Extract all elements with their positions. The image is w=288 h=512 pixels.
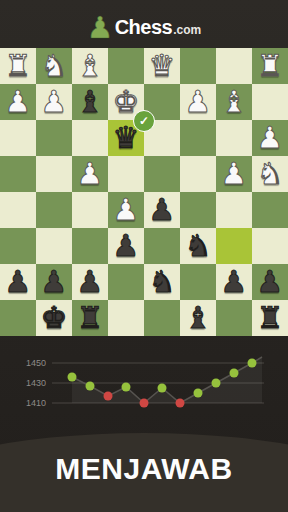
white-pawn-c2: ♟: [185, 84, 212, 120]
square-b8[interactable]: [216, 300, 252, 336]
logo-tld-text: .com: [173, 23, 201, 37]
rating-point-loss: [140, 399, 149, 408]
y-tick-1450: 1450: [26, 358, 46, 368]
square-g1[interactable]: ♞: [36, 48, 72, 84]
square-g3[interactable]: [36, 120, 72, 156]
rating-point-win: [212, 379, 221, 388]
y-tick-1430: 1430: [26, 378, 46, 388]
square-a1[interactable]: ♜: [252, 48, 288, 84]
square-g6[interactable]: [36, 228, 72, 264]
square-h6[interactable]: [0, 228, 36, 264]
black-king-g8: ♚: [41, 300, 68, 336]
square-f4[interactable]: ♟: [72, 156, 108, 192]
black-pawn-a7: ♟: [257, 264, 284, 300]
white-pawn-g2: ♟: [41, 84, 68, 120]
rating-point-win: [230, 369, 239, 378]
square-b4[interactable]: ♟: [216, 156, 252, 192]
black-bishop-f2: ♝: [77, 84, 104, 120]
square-a4[interactable]: ♞: [252, 156, 288, 192]
square-f8[interactable]: ♜: [72, 300, 108, 336]
square-a2[interactable]: [252, 84, 288, 120]
square-f3[interactable]: [72, 120, 108, 156]
white-pawn-h2: ♟: [5, 84, 32, 120]
black-bishop-c8: ♝: [185, 300, 212, 336]
square-b2[interactable]: ♝: [216, 84, 252, 120]
rating-point-win: [158, 384, 167, 393]
square-f2[interactable]: ♝: [72, 84, 108, 120]
white-pawn-a3: ♟: [257, 120, 284, 156]
rating-chart-svg: 145014301410: [0, 336, 288, 436]
square-f7[interactable]: ♟: [72, 264, 108, 300]
correct-move-checkmark-icon: ✓: [133, 110, 155, 132]
y-tick-1410: 1410: [26, 398, 46, 408]
square-g4[interactable]: [36, 156, 72, 192]
square-g8[interactable]: ♚: [36, 300, 72, 336]
rating-point-win: [86, 382, 95, 391]
black-pawn-d5: ♟: [149, 192, 176, 228]
square-a7[interactable]: ♟: [252, 264, 288, 300]
rating-point-win: [248, 359, 257, 368]
square-h7[interactable]: ♟: [0, 264, 36, 300]
chesscom-logo[interactable]: ♟ Chess .com: [87, 9, 201, 39]
square-d1[interactable]: ♛: [144, 48, 180, 84]
black-pawn-f7: ♟: [77, 264, 104, 300]
square-h3[interactable]: [0, 120, 36, 156]
banner-text: MENJAWAB: [55, 452, 232, 485]
square-b7[interactable]: ♟: [216, 264, 252, 300]
rating-point-win: [122, 383, 131, 392]
square-h8[interactable]: [0, 300, 36, 336]
logo-text: Chess: [115, 16, 173, 39]
white-pawn-b4: ♟: [221, 156, 248, 192]
black-rook-f8: ♜: [77, 300, 104, 336]
black-pawn-g7: ♟: [41, 264, 68, 300]
white-bishop-f1: ♝: [77, 48, 104, 84]
black-knight-c6: ♞: [185, 228, 212, 264]
rating-point-win: [194, 389, 203, 398]
square-f5[interactable]: [72, 192, 108, 228]
rating-point-win: [68, 373, 77, 382]
square-d5[interactable]: ♟: [144, 192, 180, 228]
white-knight-g1: ♞: [41, 48, 68, 84]
chess-board[interactable]: ♜♞♝♛♜♟♟♝♚♟♝♛♟♟♟♞♟♟♟♞♟♟♟♞♟♟♚♜♝♜✓: [0, 48, 288, 336]
square-a3[interactable]: ♟: [252, 120, 288, 156]
header: ♟ Chess .com: [0, 0, 288, 48]
black-rook-a8: ♜: [257, 300, 284, 336]
square-e1[interactable]: [108, 48, 144, 84]
square-f1[interactable]: ♝: [72, 48, 108, 84]
rating-chart: 145014301410: [0, 336, 288, 436]
square-e5[interactable]: ♟: [108, 192, 144, 228]
square-g7[interactable]: ♟: [36, 264, 72, 300]
white-knight-a4: ♞: [257, 156, 284, 192]
white-pawn-f4: ♟: [77, 156, 104, 192]
square-d8[interactable]: [144, 300, 180, 336]
square-c6[interactable]: ♞: [180, 228, 216, 264]
pawn-icon: ♟: [87, 13, 114, 43]
square-a8[interactable]: ♜: [252, 300, 288, 336]
square-d4[interactable]: [144, 156, 180, 192]
square-e8[interactable]: [108, 300, 144, 336]
square-c2[interactable]: ♟: [180, 84, 216, 120]
square-b1[interactable]: [216, 48, 252, 84]
square-a5[interactable]: [252, 192, 288, 228]
square-h1[interactable]: ♜: [0, 48, 36, 84]
square-c3[interactable]: [180, 120, 216, 156]
square-g5[interactable]: [36, 192, 72, 228]
square-f6[interactable]: [72, 228, 108, 264]
square-g2[interactable]: ♟: [36, 84, 72, 120]
black-knight-d7: ♞: [149, 264, 176, 300]
square-c1[interactable]: [180, 48, 216, 84]
square-e4[interactable]: [108, 156, 144, 192]
square-h5[interactable]: [0, 192, 36, 228]
square-h2[interactable]: ♟: [0, 84, 36, 120]
square-b5[interactable]: [216, 192, 252, 228]
square-e7[interactable]: [108, 264, 144, 300]
square-c5[interactable]: [180, 192, 216, 228]
square-c4[interactable]: [180, 156, 216, 192]
white-pawn-e5: ♟: [113, 192, 140, 228]
white-bishop-b2: ♝: [221, 84, 248, 120]
black-pawn-b7: ♟: [221, 264, 248, 300]
white-rook-h1: ♜: [5, 48, 32, 84]
white-queen-d1: ♛: [149, 48, 176, 84]
square-h4[interactable]: [0, 156, 36, 192]
rating-point-loss: [104, 392, 113, 401]
black-pawn-h7: ♟: [5, 264, 32, 300]
square-d7[interactable]: ♞: [144, 264, 180, 300]
square-e6[interactable]: ♟: [108, 228, 144, 264]
banner: MENJAWAB: [0, 452, 288, 486]
square-a6[interactable]: [252, 228, 288, 264]
square-d6[interactable]: [144, 228, 180, 264]
rating-point-loss: [176, 399, 185, 408]
black-pawn-e6: ♟: [113, 228, 140, 264]
square-c8[interactable]: ♝: [180, 300, 216, 336]
white-rook-a1: ♜: [257, 48, 284, 84]
square-b6[interactable]: [216, 228, 252, 264]
square-b3[interactable]: [216, 120, 252, 156]
square-c7[interactable]: [180, 264, 216, 300]
page-background: ♟ Chess .com ♜♞♝♛♜♟♟♝♚♟♝♛♟♟♟♞♟♟♟♞♟♟♟♞♟♟♚…: [0, 0, 288, 512]
